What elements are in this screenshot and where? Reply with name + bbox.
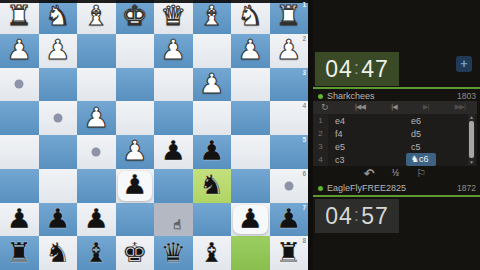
square-d7[interactable]: ☝ xyxy=(154,203,193,237)
square-b1[interactable]: ♞ xyxy=(231,0,270,34)
rank-coordinate-label: 5 xyxy=(302,136,306,143)
replay-move-button[interactable]: ↻ xyxy=(321,103,329,112)
white-pawn[interactable]: ♟ xyxy=(160,37,186,64)
white-pawn[interactable]: ♟ xyxy=(276,37,302,64)
move-row: 3e5c5 xyxy=(313,140,468,153)
square-d4[interactable] xyxy=(154,101,193,135)
square-a6[interactable]: 6 xyxy=(270,169,309,203)
square-a1[interactable]: 1♜ xyxy=(270,0,309,34)
black-knight[interactable]: ♞ xyxy=(199,172,225,199)
black-pawn[interactable]: ♟ xyxy=(276,206,302,233)
square-b8[interactable] xyxy=(231,236,270,270)
square-g3[interactable] xyxy=(39,68,78,102)
square-e6[interactable]: ♟ xyxy=(116,169,155,203)
square-c4[interactable] xyxy=(193,101,232,135)
black-pawn[interactable]: ♟ xyxy=(122,172,148,199)
white-pawn[interactable]: ♟ xyxy=(199,71,225,98)
move-row: 2f4d5 xyxy=(313,127,468,140)
opponent-name[interactable]: Sharkchees xyxy=(327,91,375,101)
online-status-icon xyxy=(318,186,323,191)
square-g8[interactable]: ♞ xyxy=(39,236,78,270)
square-a5[interactable]: 5 xyxy=(270,135,309,169)
next-move-button: ▶| xyxy=(423,104,429,111)
sidebar: 04:47 + Sharkchees 1803 ↻|◀◀|◀▶|▶▶| 1e4e… xyxy=(308,0,480,270)
square-e1[interactable]: ♚ xyxy=(116,0,155,34)
give-time-button[interactable]: + xyxy=(456,56,472,72)
white-bishop[interactable]: ♝ xyxy=(199,3,225,30)
square-d8[interactable]: ♛ xyxy=(154,236,193,270)
square-c8[interactable]: ♝ xyxy=(193,236,232,270)
square-c3[interactable]: ♟ xyxy=(193,68,232,102)
square-h7[interactable]: ♟ xyxy=(0,203,39,237)
square-b6[interactable] xyxy=(231,169,270,203)
white-pawn[interactable]: ♟ xyxy=(45,37,71,64)
square-f6[interactable] xyxy=(77,169,116,203)
move-row: 4c3♞c6 xyxy=(313,153,468,166)
move-list: 1e4e62f4d53e5c54c3♞c6 xyxy=(313,114,468,166)
black-pawn[interactable]: ♟ xyxy=(160,138,186,165)
white-knight[interactable]: ♞ xyxy=(45,3,71,30)
white-pawn[interactable]: ♟ xyxy=(122,138,148,165)
previous-move-button[interactable]: |◀ xyxy=(391,104,397,111)
move-list-scrollbar[interactable]: ▲ ▼ xyxy=(468,114,475,165)
square-f2[interactable] xyxy=(77,34,116,68)
square-g4[interactable] xyxy=(39,101,78,135)
black-pawn[interactable]: ♟ xyxy=(199,138,225,165)
square-c2[interactable] xyxy=(193,34,232,68)
square-g1[interactable]: ♞ xyxy=(39,0,78,34)
square-e7[interactable] xyxy=(116,203,155,237)
square-h8[interactable]: ♜ xyxy=(0,236,39,270)
white-move[interactable]: c3 xyxy=(328,155,404,165)
game-actions: ↶½⚐ xyxy=(313,166,477,181)
rank-coordinate-label: 4 xyxy=(302,102,306,109)
hand-cursor: ☝ xyxy=(173,217,181,232)
rank-coordinate-label: 8 xyxy=(302,237,306,244)
white-bishop[interactable]: ♝ xyxy=(83,3,109,30)
black-rook[interactable]: ♜ xyxy=(6,239,32,266)
white-move[interactable]: e4 xyxy=(328,116,404,126)
square-g6[interactable] xyxy=(39,169,78,203)
square-h2[interactable]: ♟ xyxy=(0,34,39,68)
opponent-clock: 04:47 xyxy=(315,52,399,86)
square-a8[interactable]: 8♜ xyxy=(270,236,309,270)
square-g7[interactable]: ♟ xyxy=(39,203,78,237)
rank-coordinate-label: 3 xyxy=(302,69,306,76)
black-knight[interactable]: ♞ xyxy=(45,239,71,266)
move-number: 2 xyxy=(313,127,328,140)
square-c5[interactable]: ♟ xyxy=(193,135,232,169)
square-d5[interactable]: ♟ xyxy=(154,135,193,169)
square-h3[interactable] xyxy=(0,68,39,102)
player-clock: 04:57 xyxy=(315,199,399,233)
resign-button[interactable]: ⚐ xyxy=(416,168,426,179)
black-king[interactable]: ♚ xyxy=(122,239,148,266)
square-f7[interactable]: ♟ xyxy=(77,203,116,237)
current-move-highlight[interactable]: ♞c6 xyxy=(406,153,436,166)
board: ♜♞♝♚♛♝♞1♜♟♟♟♟2♟♟3♟4♟♟♟5♟♞6♟♟♟☝♟7♟♜♞♝♚♛♝8… xyxy=(0,0,308,270)
square-b5[interactable] xyxy=(231,135,270,169)
opponent-rating: 1803 xyxy=(457,91,476,101)
black-pawn[interactable]: ♟ xyxy=(45,206,71,233)
square-f8[interactable]: ♝ xyxy=(77,236,116,270)
square-e2[interactable] xyxy=(116,34,155,68)
black-pawn[interactable]: ♟ xyxy=(237,206,263,233)
black-rook[interactable]: ♜ xyxy=(276,239,302,266)
square-h5[interactable] xyxy=(0,135,39,169)
square-h6[interactable] xyxy=(0,169,39,203)
black-queen[interactable]: ♛ xyxy=(160,239,186,266)
move-hint-dot xyxy=(284,181,293,190)
square-b7[interactable]: ♟ xyxy=(231,203,270,237)
scroll-up-icon[interactable]: ▲ xyxy=(469,114,474,120)
square-f1[interactable]: ♝ xyxy=(77,0,116,34)
player-rating: 1872 xyxy=(457,183,476,193)
white-pawn[interactable]: ♟ xyxy=(237,37,263,64)
white-pawn[interactable]: ♟ xyxy=(83,104,109,131)
white-king[interactable]: ♚ xyxy=(122,3,148,30)
clock-progress-bar-top xyxy=(313,87,480,89)
square-a3[interactable]: 3 xyxy=(270,68,309,102)
square-e4[interactable] xyxy=(116,101,155,135)
square-a4[interactable]: 4 xyxy=(270,101,309,135)
black-bishop[interactable]: ♝ xyxy=(83,239,109,266)
first-move-button[interactable]: |◀◀ xyxy=(355,104,365,111)
white-rook[interactable]: ♜ xyxy=(276,3,302,30)
online-status-icon xyxy=(318,94,323,99)
move-number: 4 xyxy=(313,153,328,166)
square-d6[interactable] xyxy=(154,169,193,203)
square-d2[interactable]: ♟ xyxy=(154,34,193,68)
square-a7[interactable]: 7♟ xyxy=(270,203,309,237)
scroll-down-icon[interactable]: ▼ xyxy=(469,159,474,165)
move-hint-dot xyxy=(92,147,101,156)
rank-coordinate-label: 6 xyxy=(302,170,306,177)
white-move[interactable]: f4 xyxy=(328,129,404,139)
black-pawn[interactable]: ♟ xyxy=(6,206,32,233)
square-d3[interactable] xyxy=(154,68,193,102)
move-hint-dot xyxy=(53,114,62,123)
move-list-widget: ↻|◀◀|◀▶|▶▶| 1e4e62f4d53e5c54c3♞c6 ▲ ▼ xyxy=(313,101,477,166)
square-a2[interactable]: 2♟ xyxy=(270,34,309,68)
takeback-button[interactable]: ↶ xyxy=(364,167,375,180)
move-number: 1 xyxy=(313,114,328,127)
square-g5[interactable] xyxy=(39,135,78,169)
rank-coordinate-label: 1 xyxy=(302,1,306,8)
square-c7[interactable] xyxy=(193,203,232,237)
move-hint-dot xyxy=(15,80,24,89)
square-h1[interactable]: ♜ xyxy=(0,0,39,34)
move-nav-toolbar: ↻|◀◀|◀▶|▶▶| xyxy=(313,101,477,114)
square-c1[interactable]: ♝ xyxy=(193,0,232,34)
square-f5[interactable] xyxy=(77,135,116,169)
rank-coordinate-label: 2 xyxy=(302,35,306,42)
scrollbar-thumb[interactable] xyxy=(469,121,474,158)
square-d1[interactable]: ♛ xyxy=(154,0,193,34)
offer-draw-button[interactable]: ½ xyxy=(392,169,400,178)
white-pawn[interactable]: ♟ xyxy=(6,37,32,64)
player-name[interactable]: EagleFlyFREE2825 xyxy=(327,183,406,193)
white-move[interactable]: e5 xyxy=(328,142,404,152)
black-bishop[interactable]: ♝ xyxy=(199,239,225,266)
move-number: 3 xyxy=(313,140,328,153)
player-row: EagleFlyFREE2825 1872 xyxy=(313,182,476,194)
square-e8[interactable]: ♚ xyxy=(116,236,155,270)
square-b2[interactable]: ♟ xyxy=(231,34,270,68)
square-e5[interactable]: ♟ xyxy=(116,135,155,169)
square-g2[interactable]: ♟ xyxy=(39,34,78,68)
white-rook[interactable]: ♜ xyxy=(6,3,32,30)
black-pawn[interactable]: ♟ xyxy=(83,206,109,233)
white-queen[interactable]: ♛ xyxy=(160,3,186,30)
square-f3[interactable] xyxy=(77,68,116,102)
move-row: 1e4e6 xyxy=(313,114,468,127)
square-b3[interactable] xyxy=(231,68,270,102)
square-h4[interactable] xyxy=(0,101,39,135)
white-knight[interactable]: ♞ xyxy=(237,3,263,30)
square-b4[interactable] xyxy=(231,101,270,135)
rank-coordinate-label: 7 xyxy=(302,204,306,211)
last-move-button: ▶▶| xyxy=(455,104,465,111)
clock-progress-bar-bottom xyxy=(313,195,480,197)
square-e3[interactable] xyxy=(116,68,155,102)
square-c6[interactable]: ♞ xyxy=(193,169,232,203)
square-f4[interactable]: ♟ xyxy=(77,101,116,135)
app-window: ♜♞♝♚♛♝♞1♜♟♟♟♟2♟♟3♟4♟♟♟5♟♞6♟♟♟☝♟7♟♜♞♝♚♛♝8… xyxy=(0,0,480,270)
